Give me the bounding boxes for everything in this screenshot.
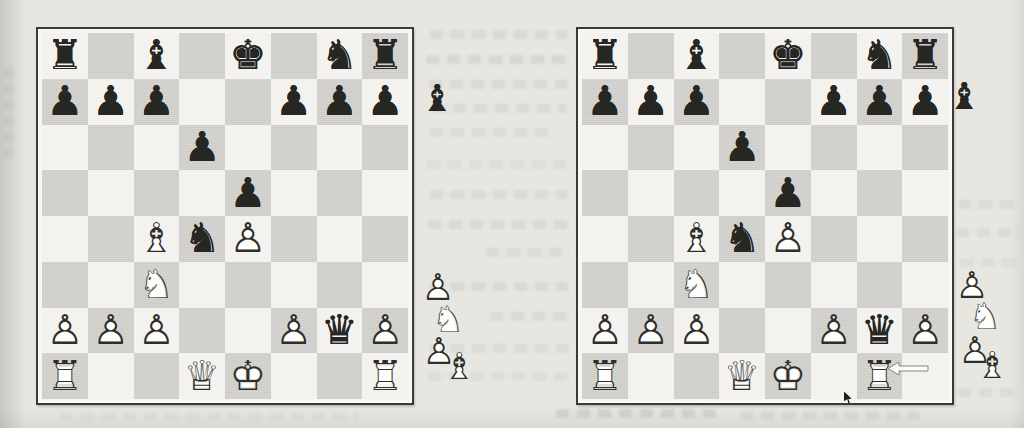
square-b7: ♟	[88, 79, 134, 125]
bleed-through-artifact	[486, 248, 570, 257]
white-queen: ♛♕	[719, 353, 765, 399]
square-f7: ♟	[271, 79, 317, 125]
square-f1	[811, 353, 857, 399]
square-c6	[134, 125, 180, 171]
square-f1	[271, 353, 317, 399]
square-d2	[179, 308, 225, 354]
square-b1	[628, 353, 674, 399]
black-knight: ♞	[719, 216, 765, 262]
square-a5	[42, 170, 88, 216]
square-h6	[362, 125, 408, 171]
captured-white-bishop: ♝♗	[972, 343, 1012, 387]
square-f2: ♟♙	[811, 308, 857, 354]
black-rook: ♜	[42, 33, 88, 79]
square-b8	[628, 33, 674, 79]
square-c3: ♞♘	[674, 262, 720, 308]
square-f8	[271, 33, 317, 79]
square-b6	[628, 125, 674, 171]
black-king: ♚	[765, 33, 811, 79]
black-bishop: ♝	[134, 33, 180, 79]
square-g1: ♜♖	[857, 353, 903, 399]
white-king: ♚♔	[225, 353, 271, 399]
square-h4	[362, 216, 408, 262]
square-c3: ♞♘	[134, 262, 180, 308]
square-a8: ♜	[42, 33, 88, 79]
square-e4: ♟♙	[225, 216, 271, 262]
black-pawn: ♟	[271, 79, 317, 125]
square-h5	[362, 170, 408, 216]
black-pawn: ♟	[582, 79, 628, 125]
chess-board-left: ♜♝♚♞♜♟♟♟♟♟♟♟♟♝♗♞♟♙♞♘♟♙♟♙♟♙♟♙♛♟♙♜♖♛♕♚♔♜♖	[36, 27, 414, 405]
black-queen: ♛	[317, 308, 363, 354]
black-pawn: ♟	[134, 79, 180, 125]
square-c1	[674, 353, 720, 399]
bleed-through-artifact	[60, 412, 360, 421]
square-f3	[811, 262, 857, 308]
square-e6	[225, 125, 271, 171]
bleed-through-artifact	[4, 62, 14, 158]
square-a1: ♜♖	[582, 353, 628, 399]
white-rook: ♜♖	[582, 353, 628, 399]
white-pawn: ♟♙	[271, 308, 317, 354]
square-c2: ♟♙	[674, 308, 720, 354]
black-pawn: ♟	[628, 79, 674, 125]
square-d8	[179, 33, 225, 79]
square-b3	[88, 262, 134, 308]
black-knight: ♞	[857, 33, 903, 79]
chess-board-right: ♜♝♚♞♜♟♟♟♟♟♟♟♟♝♗♞♟♙♞♘♟♙♟♙♟♙♟♙♛♟♙♜♖♛♕♚♔♜♖	[576, 27, 954, 405]
bleed-through-artifact	[958, 388, 1018, 397]
square-c8: ♝	[674, 33, 720, 79]
scan-shadow-right	[1010, 0, 1024, 428]
square-d2	[719, 308, 765, 354]
bleed-through-artifact	[956, 228, 1020, 237]
square-h2: ♟♙	[902, 308, 948, 354]
white-pawn: ♟♙	[628, 308, 674, 354]
square-c6	[674, 125, 720, 171]
white-bishop: ♝♗	[674, 216, 720, 262]
black-rook: ♜	[902, 33, 948, 79]
square-b4	[628, 216, 674, 262]
square-c7: ♟	[134, 79, 180, 125]
square-b7: ♟	[628, 79, 674, 125]
square-g7: ♟	[857, 79, 903, 125]
white-rook: ♜♖	[362, 353, 408, 399]
square-h1	[902, 353, 948, 399]
white-pawn: ♟♙	[134, 308, 180, 354]
square-g3	[857, 262, 903, 308]
captured-black-bishop: ♝	[417, 76, 457, 120]
square-a4	[42, 216, 88, 262]
square-h3	[362, 262, 408, 308]
square-h1: ♜♖	[362, 353, 408, 399]
square-a1: ♜♖	[42, 353, 88, 399]
black-pawn: ♟	[42, 79, 88, 125]
bleed-through-artifact	[428, 220, 570, 229]
white-pawn: ♟♙	[902, 308, 948, 354]
square-e2	[225, 308, 271, 354]
square-d4: ♞	[719, 216, 765, 262]
square-f3	[271, 262, 317, 308]
square-c4: ♝♗	[674, 216, 720, 262]
square-b1	[88, 353, 134, 399]
black-rook: ♜	[362, 33, 408, 79]
square-b5	[628, 170, 674, 216]
square-a8: ♜	[582, 33, 628, 79]
square-f4	[811, 216, 857, 262]
square-f6	[811, 125, 857, 171]
square-a6	[42, 125, 88, 171]
square-f5	[271, 170, 317, 216]
chess-diagram-right: ♜♝♚♞♜♟♟♟♟♟♟♟♟♝♗♞♟♙♞♘♟♙♟♙♟♙♟♙♛♟♙♜♖♛♕♚♔♜♖ …	[576, 27, 954, 405]
square-b4	[88, 216, 134, 262]
white-rook: ♜♖	[42, 353, 88, 399]
square-a5	[582, 170, 628, 216]
square-c1	[134, 353, 180, 399]
square-f7: ♟	[811, 79, 857, 125]
white-pawn: ♟♙	[362, 308, 408, 354]
square-e8: ♚	[225, 33, 271, 79]
white-rook: ♜♖	[857, 353, 903, 399]
square-e4: ♟♙	[765, 216, 811, 262]
bleed-through-artifact	[430, 30, 568, 39]
square-f8	[811, 33, 857, 79]
square-b8	[88, 33, 134, 79]
board-squares: ♜♝♚♞♜♟♟♟♟♟♟♟♟♝♗♞♟♙♞♘♟♙♟♙♟♙♟♙♛♟♙♜♖♛♕♚♔♜♖	[582, 33, 948, 399]
square-b6	[88, 125, 134, 171]
square-g7: ♟	[317, 79, 363, 125]
square-g6	[857, 125, 903, 171]
white-pawn: ♟♙	[582, 308, 628, 354]
square-h8: ♜	[362, 33, 408, 79]
black-pawn: ♟	[88, 79, 134, 125]
square-h7: ♟	[902, 79, 948, 125]
square-h8: ♜	[902, 33, 948, 79]
square-d7	[179, 79, 225, 125]
square-c8: ♝	[134, 33, 180, 79]
white-queen: ♛♕	[179, 353, 225, 399]
square-g2: ♛	[857, 308, 903, 354]
square-g8: ♞	[317, 33, 363, 79]
bleed-through-artifact	[958, 200, 1018, 209]
white-knight: ♞♘	[674, 262, 720, 308]
bleed-through-artifact	[430, 128, 550, 137]
square-d3	[719, 262, 765, 308]
black-pawn: ♟	[225, 170, 271, 216]
black-pawn: ♟	[362, 79, 408, 125]
square-g5	[857, 170, 903, 216]
square-g4	[317, 216, 363, 262]
white-pawn: ♟♙	[42, 308, 88, 354]
square-a3	[582, 262, 628, 308]
white-king: ♚♔	[765, 353, 811, 399]
square-g3	[317, 262, 363, 308]
square-f5	[811, 170, 857, 216]
square-g2: ♛	[317, 308, 363, 354]
square-a2: ♟♙	[42, 308, 88, 354]
black-pawn: ♟	[765, 170, 811, 216]
square-c2: ♟♙	[134, 308, 180, 354]
black-knight: ♞	[317, 33, 363, 79]
captured-black-bishop: ♝	[944, 74, 984, 118]
square-e8: ♚	[765, 33, 811, 79]
square-c7: ♟	[674, 79, 720, 125]
square-h3	[902, 262, 948, 308]
square-h5	[902, 170, 948, 216]
white-pawn: ♟♙	[88, 308, 134, 354]
square-g4	[857, 216, 903, 262]
square-e3	[225, 262, 271, 308]
square-e7	[765, 79, 811, 125]
bleed-through-artifact	[740, 411, 920, 420]
black-pawn: ♟	[179, 125, 225, 171]
square-e7	[225, 79, 271, 125]
square-b2: ♟♙	[628, 308, 674, 354]
square-e5: ♟	[765, 170, 811, 216]
square-a7: ♟	[582, 79, 628, 125]
square-d8	[719, 33, 765, 79]
square-g6	[317, 125, 363, 171]
square-d5	[719, 170, 765, 216]
black-queen: ♛	[857, 308, 903, 354]
square-g5	[317, 170, 363, 216]
square-e1: ♚♔	[765, 353, 811, 399]
square-d6: ♟	[719, 125, 765, 171]
square-e1: ♚♔	[225, 353, 271, 399]
square-b2: ♟♙	[88, 308, 134, 354]
white-bishop: ♝♗	[134, 216, 180, 262]
black-pawn: ♟	[902, 79, 948, 125]
square-a6	[582, 125, 628, 171]
square-a7: ♟	[42, 79, 88, 125]
square-d3	[179, 262, 225, 308]
bleed-through-artifact	[490, 312, 570, 321]
square-c5	[134, 170, 180, 216]
square-f6	[271, 125, 317, 171]
square-f4	[271, 216, 317, 262]
bleed-through-artifact	[427, 160, 567, 169]
square-h2: ♟♙	[362, 308, 408, 354]
chess-diagram-left: ♜♝♚♞♜♟♟♟♟♟♟♟♟♝♗♞♟♙♞♘♟♙♟♙♟♙♟♙♛♟♙♜♖♛♕♚♔♜♖ …	[36, 27, 414, 405]
square-a4	[582, 216, 628, 262]
square-d6: ♟	[179, 125, 225, 171]
captured-white-bishop: ♝♗	[439, 344, 479, 388]
black-rook: ♜	[582, 33, 628, 79]
square-c4: ♝♗	[134, 216, 180, 262]
white-pawn: ♟♙	[811, 308, 857, 354]
square-b3	[628, 262, 674, 308]
square-c5	[674, 170, 720, 216]
bleed-through-artifact	[430, 190, 568, 199]
square-f2: ♟♙	[271, 308, 317, 354]
black-bishop: ♝	[674, 33, 720, 79]
square-h7: ♟	[362, 79, 408, 125]
square-a3	[42, 262, 88, 308]
square-d1: ♛♕	[719, 353, 765, 399]
square-e6	[765, 125, 811, 171]
board-squares: ♜♝♚♞♜♟♟♟♟♟♟♟♟♝♗♞♟♙♞♘♟♙♟♙♟♙♟♙♛♟♙♜♖♛♕♚♔♜♖	[42, 33, 408, 399]
white-pawn: ♟♙	[674, 308, 720, 354]
black-pawn: ♟	[317, 79, 363, 125]
square-d7	[719, 79, 765, 125]
bleed-through-artifact	[426, 55, 570, 64]
square-h4	[902, 216, 948, 262]
black-pawn: ♟	[719, 125, 765, 171]
square-g8: ♞	[857, 33, 903, 79]
white-pawn: ♟♙	[765, 216, 811, 262]
square-b5	[88, 170, 134, 216]
square-h6	[902, 125, 948, 171]
square-e5: ♟	[225, 170, 271, 216]
black-pawn: ♟	[811, 79, 857, 125]
square-d4: ♞	[179, 216, 225, 262]
black-knight: ♞	[179, 216, 225, 262]
square-a2: ♟♙	[582, 308, 628, 354]
bleed-through-artifact	[556, 409, 716, 418]
black-pawn: ♟	[857, 79, 903, 125]
square-d5	[179, 170, 225, 216]
square-e2	[765, 308, 811, 354]
square-e3	[765, 262, 811, 308]
square-g1	[317, 353, 363, 399]
black-king: ♚	[225, 33, 271, 79]
square-d1: ♛♕	[179, 353, 225, 399]
white-knight: ♞♘	[134, 262, 180, 308]
black-pawn: ♟	[674, 79, 720, 125]
white-pawn: ♟♙	[225, 216, 271, 262]
